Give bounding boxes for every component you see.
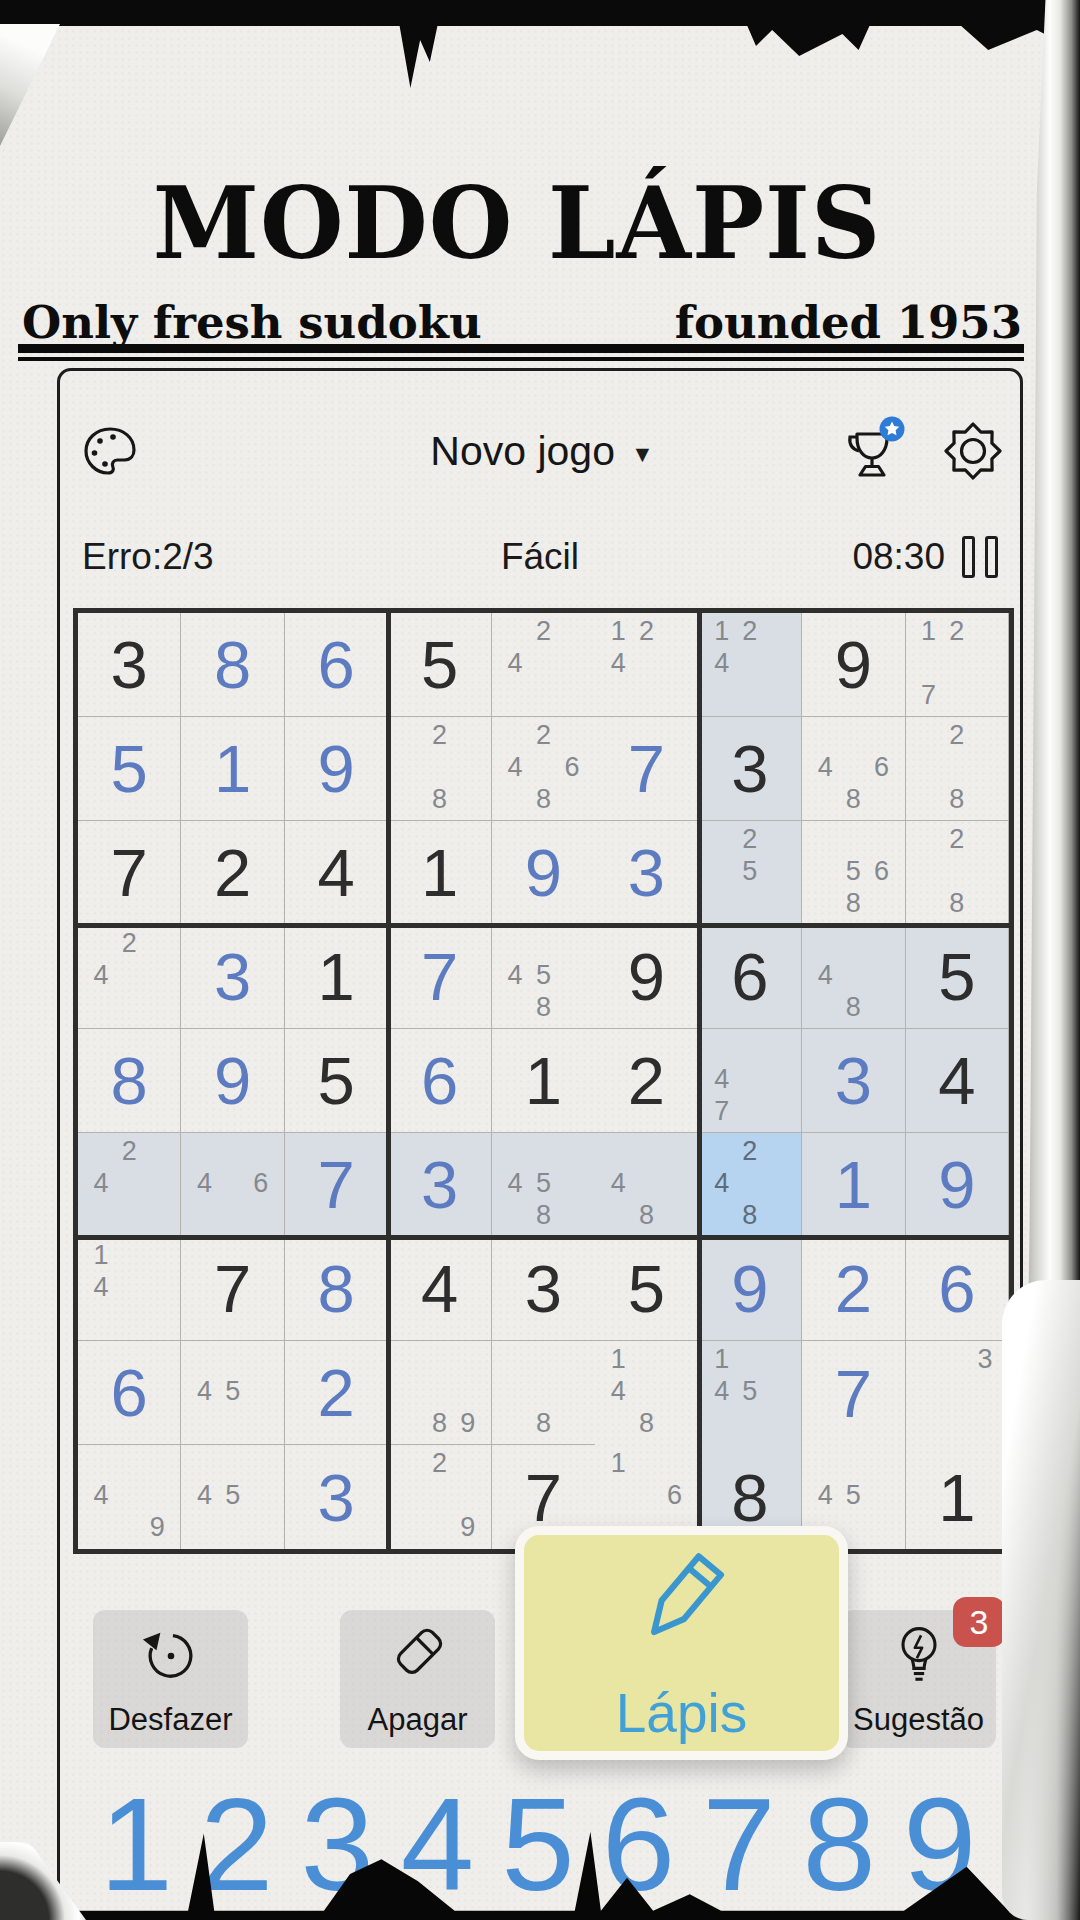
box-divider-horizontal	[78, 1235, 1009, 1240]
cell-r3c7[interactable]: 25	[699, 821, 802, 925]
cell-r5c5[interactable]: 1	[492, 1029, 595, 1133]
cell-r6c9[interactable]: 9	[906, 1133, 1009, 1237]
pencil-marks: 3	[915, 1343, 999, 1440]
cell-r5c8[interactable]: 3	[802, 1029, 905, 1133]
cell-r7c2[interactable]: 7	[181, 1237, 284, 1341]
pencil-marks: 25	[708, 823, 792, 919]
cell-r4c6[interactable]: 9	[595, 925, 698, 1029]
pencil-marks: 14	[87, 1239, 171, 1335]
given-digit: 8	[731, 1464, 768, 1531]
page-title: MODO LÁPIS	[0, 174, 1034, 274]
given-digit: 5	[938, 943, 975, 1010]
given-digit: 3	[111, 631, 148, 698]
given-digit: 6	[731, 943, 768, 1010]
user-digit: 8	[111, 1047, 148, 1114]
new-game-label: Novo jogo	[430, 428, 615, 475]
given-digit: 5	[317, 1047, 354, 1114]
trophy-button[interactable]	[844, 416, 908, 486]
sudoku-app-screen: MODO LÁPIS Only fresh sudoku founded 195…	[0, 0, 1080, 1920]
hint-label: Sugestão	[853, 1702, 984, 1738]
user-digit: 7	[835, 1360, 872, 1427]
user-digit: 9	[731, 1255, 768, 1322]
given-digit: 4	[421, 1255, 458, 1322]
new-game-dropdown[interactable]: Novo jogo ▼	[430, 428, 653, 475]
cell-r7c3[interactable]: 8	[285, 1237, 388, 1341]
cell-r1c6[interactable]: 124	[595, 613, 698, 717]
cell-r7c1[interactable]: 14	[78, 1237, 181, 1341]
eraser-icon	[387, 1624, 449, 1686]
cell-r7c4[interactable]: 4	[388, 1237, 491, 1341]
pencil-marks: 148	[604, 1343, 688, 1440]
hint-count: 3	[970, 1603, 989, 1642]
cell-r8c1[interactable]: 6	[78, 1341, 181, 1445]
box-divider-horizontal	[78, 923, 1009, 928]
user-digit: 3	[628, 839, 665, 906]
given-digit: 3	[525, 1255, 562, 1322]
given-digit: 7	[525, 1464, 562, 1531]
pencil-label: Lápis	[616, 1686, 747, 1741]
cell-r5c3[interactable]: 5	[285, 1029, 388, 1133]
cell-r7c7[interactable]: 9	[699, 1237, 802, 1341]
cell-r2c9[interactable]: 28	[906, 717, 1009, 821]
given-digit: 1	[525, 1047, 562, 1114]
cell-r9c2[interactable]: 45	[181, 1445, 284, 1549]
user-digit: 9	[525, 839, 562, 906]
pencil-marks: 45	[190, 1447, 274, 1544]
given-digit: 7	[111, 839, 148, 906]
box-divider-vertical	[697, 613, 702, 1549]
chevron-down-icon: ▼	[631, 435, 654, 468]
cell-r4c7[interactable]: 6	[699, 925, 802, 1029]
pencil-marks: 29	[397, 1447, 481, 1544]
user-digit: 9	[938, 1151, 975, 1218]
pencil-marks: 28	[915, 719, 999, 815]
cell-r7c5[interactable]: 3	[492, 1237, 595, 1341]
pause-icon	[962, 536, 975, 578]
pencil-marks: 2468	[501, 719, 586, 815]
difficulty-label: Fácil	[501, 536, 579, 577]
cell-r2c5[interactable]: 2468	[492, 717, 595, 821]
cell-r8c5[interactable]: 8	[492, 1341, 595, 1445]
user-digit: 7	[317, 1151, 354, 1218]
cell-r4c5[interactable]: 458	[492, 925, 595, 1029]
given-digit: 4	[317, 839, 354, 906]
pencil-icon	[620, 1541, 744, 1669]
pencil-marks: 47	[708, 1031, 792, 1127]
timer: 08:30	[852, 536, 945, 578]
tagline-left: Only fresh sudoku	[22, 296, 482, 349]
cell-r3c8[interactable]: 568	[802, 821, 905, 925]
gear-icon	[944, 422, 1002, 480]
pencil-marks: 124	[708, 615, 792, 711]
cell-r4c8[interactable]: 48	[802, 925, 905, 1029]
user-digit: 6	[421, 1047, 458, 1114]
cell-r8c6[interactable]: 148	[595, 1341, 698, 1445]
given-digit: 9	[835, 631, 872, 698]
user-digit: 5	[111, 735, 148, 802]
tagline-right: founded 1953	[675, 296, 1022, 349]
pencil-marks: 49	[87, 1447, 171, 1544]
user-digit: 3	[421, 1151, 458, 1218]
pencil-marks: 468	[811, 719, 895, 815]
undo-icon	[140, 1624, 202, 1686]
cell-r4c9[interactable]: 5	[906, 925, 1009, 1029]
cell-r9c1[interactable]: 49	[78, 1445, 181, 1549]
cell-r1c7[interactable]: 124	[699, 613, 802, 717]
page-curl-roll	[1002, 1280, 1080, 1920]
given-digit: 3	[731, 735, 768, 802]
cell-r6c4[interactable]: 3	[388, 1133, 491, 1237]
cell-r2c3[interactable]: 9	[285, 717, 388, 821]
user-digit: 9	[317, 735, 354, 802]
pencil-marks: 458	[501, 1135, 586, 1231]
numpad-5[interactable]: 5	[488, 1779, 588, 1915]
cell-r1c5[interactable]: 24	[492, 613, 595, 717]
pencil-marks: 568	[811, 823, 895, 919]
cell-r6c1[interactable]: 24	[78, 1133, 181, 1237]
cell-r7c8[interactable]: 2	[802, 1237, 905, 1341]
user-digit: 1	[835, 1151, 872, 1218]
pencil-marks: 458	[501, 927, 586, 1023]
cell-r2c2[interactable]: 1	[181, 717, 284, 821]
cell-r5c2[interactable]: 9	[181, 1029, 284, 1133]
cell-r6c2[interactable]: 46	[181, 1133, 284, 1237]
numpad-7[interactable]: 7	[689, 1779, 789, 1915]
cell-r5c6[interactable]: 2	[595, 1029, 698, 1133]
cell-r4c2[interactable]: 3	[181, 925, 284, 1029]
cell-r2c8[interactable]: 468	[802, 717, 905, 821]
given-digit: 9	[628, 943, 665, 1010]
pencil-marks: 127	[915, 615, 999, 711]
cell-r9c9[interactable]: 1	[906, 1445, 1009, 1549]
cell-r4c3[interactable]: 1	[285, 925, 388, 1029]
cell-r2c1[interactable]: 5	[78, 717, 181, 821]
user-digit: 7	[421, 943, 458, 1010]
user-digit: 6	[317, 631, 354, 698]
masthead-rule-thick	[18, 344, 1024, 353]
given-digit: 2	[628, 1047, 665, 1114]
user-digit: 2	[317, 1359, 354, 1426]
masthead-tagline: Only fresh sudoku founded 1953	[22, 296, 1022, 349]
pencil-marks: 46	[190, 1135, 274, 1231]
pencil-marks: 48	[811, 927, 895, 1023]
cell-r6c8[interactable]: 1	[802, 1133, 905, 1237]
pencil-marks: 248	[708, 1135, 792, 1231]
palette-icon	[82, 425, 138, 477]
cell-r1c3[interactable]: 6	[285, 613, 388, 717]
cell-r8c4[interactable]: 89	[388, 1341, 491, 1445]
given-digit: 1	[421, 839, 458, 906]
cell-r5c4[interactable]: 6	[388, 1029, 491, 1133]
trophy-star-icon	[844, 416, 908, 486]
user-digit: 6	[111, 1359, 148, 1426]
sudoku-board: 3865241241249127519282468734682872419325…	[73, 608, 1014, 1554]
cell-r7c9[interactable]: 6	[906, 1237, 1009, 1341]
cell-r3c9[interactable]: 28	[906, 821, 1009, 925]
pencil-marks: 28	[397, 719, 481, 815]
cell-r5c9[interactable]: 4	[906, 1029, 1009, 1133]
masthead-rule-thin	[18, 357, 1024, 361]
pencil-marks: 124	[604, 615, 688, 711]
user-digit: 2	[835, 1255, 872, 1322]
given-digit: 1	[938, 1464, 975, 1531]
cell-r6c6[interactable]: 48	[595, 1133, 698, 1237]
top-bar: Novo jogo ▼	[60, 413, 1020, 489]
undo-label: Desfazer	[108, 1702, 232, 1738]
cell-r3c6[interactable]: 3	[595, 821, 698, 925]
pencil-marks: 48	[604, 1135, 688, 1231]
cell-r9c3[interactable]: 3	[285, 1445, 388, 1549]
number-pad: 123456789	[86, 1779, 990, 1915]
cell-r3c3[interactable]: 4	[285, 821, 388, 925]
user-digit: 3	[214, 943, 251, 1010]
cell-r7c6[interactable]: 5	[595, 1237, 698, 1341]
cell-r1c9[interactable]: 127	[906, 613, 1009, 717]
cell-r1c2[interactable]: 8	[181, 613, 284, 717]
cell-r8c2[interactable]: 45	[181, 1341, 284, 1445]
cell-r8c7[interactable]: 145	[699, 1341, 802, 1445]
given-digit: 4	[938, 1047, 975, 1114]
cell-r6c5[interactable]: 458	[492, 1133, 595, 1237]
pencil-marks: 8	[501, 1343, 586, 1439]
cell-r3c1[interactable]: 7	[78, 821, 181, 925]
user-digit: 9	[214, 1047, 251, 1114]
cell-r2c6[interactable]: 7	[595, 717, 698, 821]
cell-r1c8[interactable]: 9	[802, 613, 905, 717]
given-digit: 5	[421, 631, 458, 698]
box-divider-vertical	[386, 613, 391, 1549]
settings-button[interactable]	[944, 422, 1002, 480]
cell-r3c2[interactable]: 2	[181, 821, 284, 925]
pencil-marks: 28	[915, 823, 999, 919]
pause-icon	[985, 536, 998, 578]
user-digit: 7	[628, 735, 665, 802]
pencil-marks: 45	[190, 1343, 274, 1439]
status-bar: Erro:2/3 Fácil 08:30	[60, 533, 1020, 581]
user-digit: 3	[835, 1047, 872, 1114]
cell-r4c1[interactable]: 24	[78, 925, 181, 1029]
given-digit: 1	[317, 943, 354, 1010]
user-digit: 8	[317, 1255, 354, 1322]
cell-r5c7[interactable]: 47	[699, 1029, 802, 1133]
user-digit: 3	[317, 1464, 354, 1531]
cell-r8c9[interactable]: 3	[906, 1341, 1009, 1445]
erase-label: Apagar	[368, 1702, 468, 1738]
pencil-marks: 24	[87, 927, 171, 1023]
cell-r2c4[interactable]: 28	[388, 717, 491, 821]
cell-r8c3[interactable]: 2	[285, 1341, 388, 1445]
given-digit: 5	[628, 1255, 665, 1322]
undo-button[interactable]: Desfazer	[93, 1610, 248, 1748]
user-digit: 1	[214, 735, 251, 802]
pencil-mode-button[interactable]: Lápis	[515, 1526, 848, 1760]
cell-r1c4[interactable]: 5	[388, 613, 491, 717]
pencil-marks: 145	[708, 1343, 792, 1440]
pencil-marks: 24	[87, 1135, 171, 1231]
cell-r6c3[interactable]: 7	[285, 1133, 388, 1237]
theme-palette-button[interactable]	[82, 425, 138, 477]
cell-r6c7[interactable]: 248	[699, 1133, 802, 1237]
error-counter: Erro:2/3	[82, 536, 214, 577]
user-digit: 8	[214, 631, 251, 698]
cell-r1c1[interactable]: 3	[78, 613, 181, 717]
lightbulb-icon	[890, 1624, 948, 1688]
pause-button[interactable]	[962, 536, 998, 578]
pencil-marks: 89	[397, 1343, 481, 1439]
game-panel: Novo jogo ▼	[57, 368, 1023, 1920]
pencil-marks: 24	[501, 615, 586, 711]
given-digit: 7	[214, 1255, 251, 1322]
user-digit: 6	[938, 1255, 975, 1322]
numpad-8[interactable]: 8	[789, 1779, 889, 1915]
cell-r2c7[interactable]: 3	[699, 717, 802, 821]
cell-r9c4[interactable]: 29	[388, 1445, 491, 1549]
erase-button[interactable]: Apagar	[340, 1610, 495, 1748]
cell-r4c4[interactable]: 7	[388, 925, 491, 1029]
given-digit: 2	[214, 839, 251, 906]
numpad-1[interactable]: 1	[86, 1779, 186, 1915]
cell-r3c4[interactable]: 1	[388, 821, 491, 925]
cell-r5c1[interactable]: 8	[78, 1029, 181, 1133]
cell-r3c5[interactable]: 9	[492, 821, 595, 925]
hint-count-badge: 3	[953, 1597, 1005, 1647]
cell-r8c8[interactable]: 7	[802, 1341, 905, 1445]
